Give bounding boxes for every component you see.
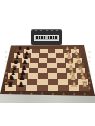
coordinate-label: 5 xyxy=(41,93,43,96)
square-a5[interactable] xyxy=(37,85,48,91)
coordinate-label: 2 xyxy=(73,93,75,96)
coordinate-label: C xyxy=(5,77,7,80)
coordinate-label: 6 xyxy=(31,93,33,96)
coordinate-label: D xyxy=(5,72,7,75)
clock-digit-segment xyxy=(48,36,50,39)
square-a2[interactable]: ♟ xyxy=(69,85,80,91)
clock-buttons xyxy=(35,30,58,31)
coordinate-label: G xyxy=(5,56,7,59)
square-a3[interactable] xyxy=(58,85,69,91)
piece-white-pawn[interactable]: ♟ xyxy=(69,81,80,88)
coordinate-label: B xyxy=(5,82,7,85)
coordinate-label: D xyxy=(88,72,90,75)
coordinate-label: G xyxy=(88,56,90,59)
coordinate-label: H xyxy=(5,51,7,54)
coordinate-label: 3 xyxy=(62,93,64,96)
clock-digit-segment xyxy=(41,36,43,39)
coordinate-label: F xyxy=(5,61,7,64)
clock-button[interactable] xyxy=(40,30,42,31)
clock-digit-segment xyxy=(53,36,55,39)
clock-button[interactable] xyxy=(56,30,58,31)
coordinate-label: 8 xyxy=(9,93,11,96)
coordinate-label: A xyxy=(89,87,91,90)
coordinate-label: B xyxy=(89,82,91,85)
clock-digit-segment xyxy=(39,36,41,39)
clock-digit-segment xyxy=(55,36,57,39)
clock-display xyxy=(34,35,59,41)
coordinate-label: 7 xyxy=(20,93,22,96)
coordinate-label: 1 xyxy=(84,93,86,96)
clock-digit-segment xyxy=(36,36,38,39)
coordinates-left: HGFEDCBA xyxy=(4,50,8,91)
chess-board: ♜♟♟♜♞♟♟♞♝♟♟♝♚♟♟♚♛♟♟♛♝♟♟♝♞♟♟♞♜♟♟♜ 8765432… xyxy=(0,43,95,97)
chess-set-photo: ♜♟♟♜♞♟♟♞♝♟♟♝♚♟♟♚♛♟♟♛♝♟♟♝♞♟♟♞♜♟♟♜ 8765432… xyxy=(0,0,95,126)
piece-black-pawn[interactable]: ♟ xyxy=(16,81,27,88)
board-grid: ♜♟♟♜♞♟♟♞♝♟♟♝♚♟♟♚♛♟♟♛♝♟♟♝♞♟♟♞♜♟♟♜ xyxy=(0,49,95,91)
clock-button[interactable] xyxy=(35,30,37,31)
square-a6[interactable] xyxy=(26,85,37,91)
coordinate-label: C xyxy=(89,77,91,80)
clock-button[interactable] xyxy=(46,30,48,31)
coordinate-label: E xyxy=(89,67,91,70)
square-a7[interactable]: ♟ xyxy=(16,85,27,91)
coordinate-label: 4 xyxy=(52,93,54,96)
coordinates-right: HGFEDCBA xyxy=(88,50,92,91)
coordinate-label: H xyxy=(88,51,90,54)
clock-digit-segment xyxy=(44,36,46,39)
coordinate-label: F xyxy=(89,61,91,64)
clock-digit-segment xyxy=(50,36,52,39)
coordinates-bottom: 87654321 xyxy=(5,93,90,96)
clock-button[interactable] xyxy=(51,30,53,31)
coordinate-label: E xyxy=(5,67,7,70)
coordinate-label: A xyxy=(5,87,7,90)
square-a4[interactable] xyxy=(48,85,59,91)
